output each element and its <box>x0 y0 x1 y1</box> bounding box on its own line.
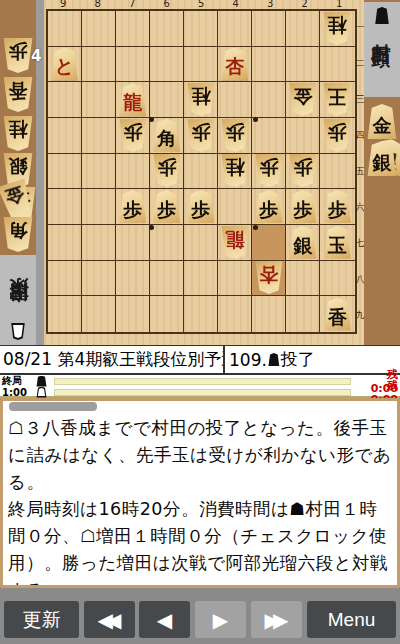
square-9-8[interactable] <box>48 261 82 297</box>
square-2-6[interactable]: 歩 <box>286 189 320 225</box>
gote-piece: 桂 <box>220 154 250 187</box>
square-5-6[interactable]: 歩 <box>184 189 218 225</box>
square-1-8[interactable] <box>320 261 354 297</box>
hoshi-dot <box>253 117 258 122</box>
square-5-4[interactable]: 歩 <box>184 118 218 154</box>
hoshi-dot <box>149 117 154 122</box>
square-8-6[interactable] <box>82 189 116 225</box>
sente-piece: 金 <box>366 104 398 139</box>
gote-piece-icon <box>11 323 26 340</box>
square-1-4[interactable]: 歩 <box>320 118 354 154</box>
board-area: 987654321 桂と杏龍桂金王歩角歩歩歩歩桂歩歩歩歩歩歩歩歩龍銀玉杏香 一二… <box>0 0 400 345</box>
square-5-8[interactable] <box>184 261 218 297</box>
square-2-9[interactable] <box>286 296 320 332</box>
square-5-5[interactable] <box>184 154 218 190</box>
square-2-4[interactable] <box>286 118 320 154</box>
gote-piece: 王 <box>322 83 352 116</box>
clock-area: 終局 残 0:00 1:00 残 0:00 <box>0 375 400 398</box>
refresh-button[interactable]: 更新 <box>4 601 79 638</box>
sente-piece: 香 <box>322 298 352 331</box>
sente-piece: 龍 <box>118 83 148 116</box>
square-3-1[interactable] <box>252 11 286 47</box>
square-9-5[interactable] <box>48 154 82 190</box>
gote-piece: 歩 <box>2 38 34 73</box>
gote-piece: 桂 <box>2 116 34 151</box>
square-6-3[interactable] <box>150 82 184 118</box>
sente-piece: 歩 <box>186 190 216 223</box>
sente-clock-row: 終局 残 0:00 <box>0 376 400 386</box>
square-1-3[interactable]: 王 <box>320 82 354 118</box>
gote-hand-桂[interactable]: 桂 <box>2 116 34 151</box>
square-1-7[interactable]: 玉 <box>320 225 354 261</box>
sente-piece: 銀 <box>288 226 318 259</box>
square-9-4[interactable] <box>48 118 82 154</box>
square-7-6[interactable]: 歩 <box>116 189 150 225</box>
square-5-2[interactable] <box>184 47 218 83</box>
gote-piece: 歩 <box>118 119 148 152</box>
move-result: 投了 <box>281 348 315 371</box>
sente-mark-icon <box>36 376 47 387</box>
square-4-4[interactable]: 歩 <box>218 118 252 154</box>
gote-mark-icon <box>36 387 47 398</box>
gote-piece: 歩 <box>322 119 352 152</box>
gote-piece: 香 <box>2 77 34 112</box>
square-8-1[interactable] <box>82 11 116 47</box>
event-title[interactable]: 08/21 第4期叡王戦段位別予選 <box>0 346 225 373</box>
sente-piece: と <box>50 47 80 80</box>
square-7-2[interactable] <box>116 47 150 83</box>
square-9-1[interactable] <box>48 11 82 47</box>
square-5-3[interactable]: 桂 <box>184 82 218 118</box>
move-number: 109. <box>229 350 267 370</box>
square-1-9[interactable]: 香 <box>320 296 354 332</box>
gote-piece: 金 <box>288 83 318 116</box>
gote-piece: 桂 <box>322 12 352 45</box>
gote-hand-金[interactable]: 金金 <box>2 184 34 219</box>
square-4-1[interactable] <box>218 11 252 47</box>
square-2-8[interactable] <box>286 261 320 297</box>
gote-piece: 歩 <box>152 154 182 187</box>
menu-button[interactable]: Menu <box>307 601 396 638</box>
navigation-bar: 更新 ◀◀ ◀ ▶ ▶▶ Menu <box>0 588 400 644</box>
square-1-1[interactable]: 桂 <box>320 11 354 47</box>
sente-time-bar <box>54 378 351 385</box>
gote-name: 増田康 <box>5 310 31 319</box>
sente-piece: 角 <box>152 119 182 152</box>
square-5-9[interactable] <box>184 296 218 332</box>
previous-move-button[interactable]: ◀ <box>139 601 190 638</box>
square-8-3[interactable] <box>82 82 116 118</box>
square-7-4[interactable]: 歩 <box>116 118 150 154</box>
square-1-2[interactable] <box>320 47 354 83</box>
sente-piece: 歩 <box>118 190 148 223</box>
square-3-5[interactable]: 歩 <box>252 154 286 190</box>
square-6-2[interactable] <box>150 47 184 83</box>
square-1-6[interactable]: 歩 <box>320 189 354 225</box>
square-3-9[interactable] <box>252 296 286 332</box>
square-7-8[interactable] <box>116 261 150 297</box>
square-5-7[interactable] <box>184 225 218 261</box>
gote-hand-角[interactable]: 角 <box>2 217 34 252</box>
square-4-7[interactable]: 龍 <box>218 225 252 261</box>
sente-piece: 歩 <box>322 190 352 223</box>
square-6-9[interactable] <box>150 296 184 332</box>
gote-piece: 杏 <box>254 261 284 294</box>
commentary-box[interactable]: ☖３八香成までで村田の投了となった。後手玉に詰みはなく、先手玉は受けが利かない形… <box>0 398 400 588</box>
sente-name-plate: 村田顕 <box>364 2 400 97</box>
square-4-9[interactable] <box>218 296 252 332</box>
board: 987654321 桂と杏龍桂金王歩角歩歩歩歩桂歩歩歩歩歩歩歩歩龍銀玉杏香 一二… <box>44 0 364 345</box>
gote-piece: 龍 <box>220 226 250 259</box>
square-2-3[interactable]: 金 <box>286 82 320 118</box>
square-6-4[interactable]: 角 <box>150 118 184 154</box>
square-7-1[interactable] <box>116 11 150 47</box>
square-3-3[interactable] <box>252 82 286 118</box>
square-6-8[interactable] <box>150 261 184 297</box>
sente-name: 村田顕 <box>369 28 395 37</box>
gote-clock-row: 1:00 残 0:00 <box>0 387 400 397</box>
square-6-1[interactable] <box>150 11 184 47</box>
gote-piece: 歩 <box>254 154 284 187</box>
square-4-2[interactable]: 杏 <box>218 47 252 83</box>
square-9-3[interactable] <box>48 82 82 118</box>
square-8-7[interactable] <box>82 225 116 261</box>
square-8-4[interactable] <box>82 118 116 154</box>
sente-piece: 玉 <box>322 226 352 259</box>
square-8-2[interactable] <box>82 47 116 83</box>
square-3-8[interactable]: 杏 <box>252 261 286 297</box>
gote-time-bar <box>54 389 351 396</box>
square-2-1[interactable] <box>286 11 320 47</box>
gote-piece: 歩 <box>220 119 250 152</box>
square-6-6[interactable]: 歩 <box>150 189 184 225</box>
sente-piece: 杏 <box>220 47 250 80</box>
hoshi-dot <box>253 225 258 230</box>
square-7-7[interactable] <box>116 225 150 261</box>
square-9-6[interactable] <box>48 189 82 225</box>
square-6-5[interactable]: 歩 <box>150 154 184 190</box>
square-4-6[interactable] <box>218 189 252 225</box>
file-labels: 987654321 <box>46 0 357 9</box>
sente-piece: 歩 <box>152 190 182 223</box>
gote-name-plate: 増田康 <box>0 255 36 345</box>
forward-to-end-button[interactable]: ▶▶ <box>251 601 302 638</box>
square-4-5[interactable]: 桂 <box>218 154 252 190</box>
square-3-2[interactable] <box>252 47 286 83</box>
gote-piece: 桂 <box>186 83 216 116</box>
square-3-6[interactable]: 歩 <box>252 189 286 225</box>
rank-labels: 一二三四五六七八九 <box>356 9 364 334</box>
board-grid: 桂と杏龍桂金王歩角歩歩歩歩桂歩歩歩歩歩歩歩歩龍銀玉杏香 <box>46 9 357 334</box>
sente-piece: 歩 <box>288 190 318 223</box>
gote-hand-香[interactable]: 香 <box>2 77 34 112</box>
commentary-text: ☖３八香成までで村田の投了となった。後手玉に詰みはなく、先手玉は受けが利かない形… <box>3 401 397 588</box>
square-9-9[interactable] <box>48 296 82 332</box>
sente-hand-銀[interactable]: 銀銀 <box>366 141 398 176</box>
sente-mark-icon <box>268 353 280 366</box>
sente-piece: 歩 <box>254 190 284 223</box>
square-3-4[interactable] <box>252 118 286 154</box>
gote-piece: 歩 <box>186 119 216 152</box>
scroll-handle[interactable] <box>9 402 97 411</box>
square-7-9[interactable] <box>116 296 150 332</box>
square-8-9[interactable] <box>82 296 116 332</box>
square-7-3[interactable]: 龍 <box>116 82 150 118</box>
square-4-3[interactable] <box>218 82 252 118</box>
square-8-5[interactable] <box>82 154 116 190</box>
square-4-8[interactable] <box>218 261 252 297</box>
shogi-app: 987654321 桂と杏龍桂金王歩角歩歩歩歩桂歩歩歩歩歩歩歩歩龍銀玉杏香 一二… <box>0 0 400 644</box>
sente-hand-column: 村田顕 金銀銀 <box>364 0 400 345</box>
title-bar: 08/21 第4期叡王戦段位別予選 109. 投了 <box>0 345 400 375</box>
square-3-7[interactable] <box>252 225 286 261</box>
square-2-5[interactable]: 歩 <box>286 154 320 190</box>
sente-piece-icon <box>375 7 390 24</box>
gote-hand-歩[interactable]: 歩4 <box>2 38 34 73</box>
gote-clock-label: 1:00 <box>0 387 34 398</box>
square-9-7[interactable] <box>48 225 82 261</box>
square-9-2[interactable]: と <box>48 47 82 83</box>
square-5-1[interactable] <box>184 11 218 47</box>
rewind-to-start-button[interactable]: ◀◀ <box>84 601 135 638</box>
square-2-2[interactable] <box>286 47 320 83</box>
gote-piece: 角 <box>2 217 34 252</box>
square-8-8[interactable] <box>82 261 116 297</box>
gote-piece: 歩 <box>288 154 318 187</box>
square-6-7[interactable] <box>150 225 184 261</box>
gote-hand-count: 4 <box>31 47 41 65</box>
square-1-5[interactable] <box>320 154 354 190</box>
square-7-5[interactable] <box>116 154 150 190</box>
next-move-button[interactable]: ▶ <box>195 601 246 638</box>
square-2-7[interactable]: 銀 <box>286 225 320 261</box>
sente-hand-金[interactable]: 金 <box>366 104 398 139</box>
